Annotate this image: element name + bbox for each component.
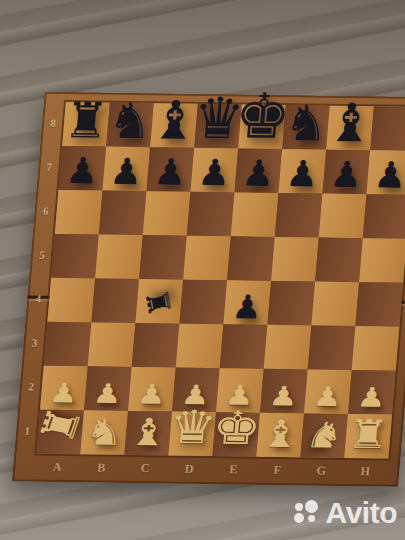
- piece-white-p-f2[interactable]: ♟: [268, 382, 299, 410]
- rank-label-4: 4: [31, 293, 46, 305]
- piece-white-n-b1[interactable]: ♞: [84, 414, 125, 450]
- rank-label-3: 3: [27, 337, 42, 349]
- square-h6[interactable]: [363, 194, 405, 239]
- file-label-F: F: [255, 463, 300, 479]
- square-h7[interactable]: ♟: [366, 150, 405, 195]
- square-b6[interactable]: [99, 191, 147, 236]
- square-a7[interactable]: ♟: [59, 146, 107, 191]
- file-label-C: C: [123, 461, 168, 477]
- piece-white-n-g1[interactable]: ♞: [304, 418, 345, 454]
- piece-black-p-a7[interactable]: ♟: [64, 153, 99, 189]
- square-f7[interactable]: ♟: [278, 149, 326, 194]
- board-grid: ♜8♞♝♛♚♞♝♟7♟♟♟♟♟♟♟654♜♟3♟2♟♟♟♟♟♟♟♜1A♞B♝C♛…: [36, 102, 405, 459]
- file-label-G: G: [299, 463, 344, 479]
- piece-black-p-b7[interactable]: ♟: [108, 154, 143, 190]
- square-g2[interactable]: ♟: [304, 369, 352, 414]
- piece-black-p-e4[interactable]: ♟: [231, 290, 263, 323]
- piece-black-b-g8[interactable]: ♝: [325, 96, 377, 150]
- square-g4[interactable]: [311, 282, 359, 327]
- file-label-B: B: [79, 460, 124, 476]
- square-e5[interactable]: [227, 236, 275, 281]
- file-label-H: H: [343, 464, 388, 480]
- square-g5[interactable]: [315, 238, 363, 283]
- square-e4[interactable]: ♟: [223, 280, 271, 325]
- square-b8[interactable]: ♞: [106, 103, 154, 148]
- rank-label-5: 5: [35, 249, 50, 261]
- piece-black-r-c4-lying[interactable]: ♜: [142, 286, 176, 319]
- square-c3[interactable]: [132, 323, 180, 368]
- piece-white-p-h2[interactable]: ♟: [356, 384, 387, 412]
- square-e1[interactable]: ♚: [212, 412, 260, 457]
- square-h5[interactable]: [359, 238, 405, 283]
- square-e6[interactable]: [231, 192, 279, 237]
- piece-black-p-e7[interactable]: ♟: [240, 156, 275, 192]
- square-a5[interactable]: [51, 234, 99, 279]
- square-b4[interactable]: [91, 278, 139, 323]
- square-b1[interactable]: ♞: [80, 410, 128, 455]
- square-c7[interactable]: ♟: [147, 147, 195, 192]
- square-c2[interactable]: ♟: [128, 367, 176, 412]
- square-h2[interactable]: ♟: [348, 370, 396, 415]
- square-a6[interactable]: [55, 190, 103, 235]
- piece-black-p-g7[interactable]: ♟: [328, 157, 363, 193]
- rank-label-6: 6: [38, 205, 53, 217]
- square-c6[interactable]: [143, 191, 191, 236]
- square-e8[interactable]: ♚: [238, 104, 286, 149]
- square-f5[interactable]: [271, 237, 319, 282]
- square-g7[interactable]: ♟: [322, 150, 370, 195]
- square-c1[interactable]: ♝: [124, 411, 172, 456]
- piece-white-b-f1[interactable]: ♝: [259, 415, 302, 453]
- piece-white-p-a2[interactable]: ♟: [48, 379, 79, 407]
- square-f1[interactable]: ♝: [256, 413, 304, 458]
- square-f2[interactable]: ♟: [260, 369, 308, 414]
- square-e7[interactable]: ♟: [234, 148, 282, 193]
- square-a1[interactable]: ♜: [36, 410, 84, 455]
- square-g8[interactable]: ♝: [326, 106, 374, 151]
- watermark: Avito: [294, 496, 397, 530]
- square-d4[interactable]: [179, 280, 227, 325]
- square-b7[interactable]: ♟: [103, 147, 151, 192]
- rank-label-7: 7: [42, 161, 57, 173]
- piece-black-n-f8[interactable]: ♞: [282, 99, 330, 149]
- square-b3[interactable]: [88, 322, 136, 367]
- rank-label-2: 2: [23, 380, 38, 392]
- piece-white-r-h1[interactable]: ♜: [346, 414, 391, 454]
- square-f8[interactable]: ♞: [282, 105, 330, 150]
- square-h3[interactable]: [352, 326, 400, 371]
- piece-black-p-f7[interactable]: ♟: [284, 156, 319, 192]
- square-e3[interactable]: [220, 324, 268, 369]
- piece-white-r-a1-lying[interactable]: ♜: [33, 404, 89, 447]
- square-d3[interactable]: [176, 324, 224, 369]
- piece-black-p-c7[interactable]: ♟: [152, 154, 187, 190]
- watermark-text: Avito: [326, 496, 397, 530]
- square-f3[interactable]: [264, 325, 312, 370]
- chess-board: ♜8♞♝♛♚♞♝♟7♟♟♟♟♟♟♟654♜♟3♟2♟♟♟♟♟♟♟♜1A♞B♝C♛…: [12, 92, 405, 487]
- square-d6[interactable]: [187, 192, 235, 237]
- square-h1[interactable]: ♜: [344, 414, 392, 459]
- square-c5[interactable]: [139, 235, 187, 280]
- file-label-A: A: [35, 460, 80, 476]
- piece-white-k-e1[interactable]: ♚: [211, 405, 263, 452]
- square-d5[interactable]: [183, 236, 231, 281]
- piece-white-p-b2[interactable]: ♟: [92, 380, 123, 408]
- square-b5[interactable]: [95, 234, 143, 279]
- square-g6[interactable]: [319, 194, 367, 239]
- piece-white-p-g2[interactable]: ♟: [312, 383, 343, 411]
- piece-black-r-a8[interactable]: ♜: [62, 96, 110, 146]
- square-d7[interactable]: ♟: [190, 148, 238, 193]
- file-label-E: E: [211, 462, 256, 478]
- piece-black-p-h7[interactable]: ♟: [372, 157, 405, 193]
- avito-logo-icon: [294, 500, 320, 526]
- square-h8[interactable]: [370, 106, 405, 151]
- rank-label-8: 8: [46, 117, 61, 129]
- piece-black-p-d7[interactable]: ♟: [196, 155, 231, 191]
- photo-canvas: ♜8♞♝♛♚♞♝♟7♟♟♟♟♟♟♟654♜♟3♟2♟♟♟♟♟♟♟♜1A♞B♝C♛…: [0, 0, 405, 540]
- square-d1[interactable]: ♛: [168, 412, 216, 457]
- square-f6[interactable]: [275, 193, 323, 238]
- square-a8[interactable]: ♜: [62, 102, 110, 147]
- square-c4[interactable]: ♜: [135, 279, 183, 324]
- square-g1[interactable]: ♞: [300, 413, 348, 458]
- square-g3[interactable]: [308, 325, 356, 370]
- square-a4[interactable]: [47, 278, 95, 323]
- square-h4[interactable]: [355, 282, 403, 327]
- square-f4[interactable]: [267, 281, 315, 326]
- piece-white-p-c2[interactable]: ♟: [136, 380, 167, 408]
- square-a3[interactable]: [44, 322, 92, 367]
- piece-black-n-b8[interactable]: ♞: [106, 97, 154, 147]
- file-label-D: D: [167, 461, 212, 477]
- piece-white-b-c1[interactable]: ♝: [127, 413, 170, 451]
- square-b2[interactable]: ♟: [84, 366, 132, 411]
